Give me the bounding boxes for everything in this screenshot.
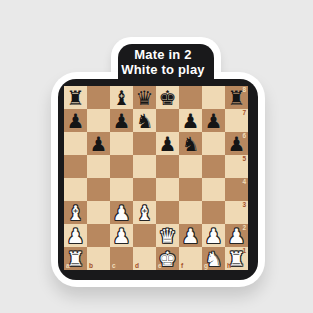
square-b5 [87,155,110,178]
square-f5 [179,155,202,178]
square-g4 [202,178,225,201]
square-c2: ♟ [110,224,133,247]
square-g3 [202,201,225,224]
square-h3: 3 [225,201,248,224]
square-f1: f [179,247,202,270]
puzzle-caption: Mate in 2 White to play [83,47,243,77]
square-h8: ♜8 [225,86,248,109]
black-bishop-c8: ♝ [110,86,133,109]
coord-file-h: h [227,263,231,270]
black-pawn-f7: ♟ [179,109,202,132]
square-d4 [133,178,156,201]
square-f8 [179,86,202,109]
black-king-e8: ♚ [156,86,179,109]
coord-rank-8: 8 [242,87,246,94]
coord-file-a: a [66,263,70,270]
square-d3: ♝ [133,201,156,224]
black-knight-f6: ♞ [179,132,202,155]
square-e8: ♚ [156,86,179,109]
black-pawn-e6: ♟ [156,132,179,155]
white-pawn-c3: ♟ [110,201,133,224]
square-f7: ♟ [179,109,202,132]
square-g8 [202,86,225,109]
coord-rank-3: 3 [242,202,246,209]
coord-file-e: e [158,263,162,270]
square-f3 [179,201,202,224]
square-h2: ♟2 [225,224,248,247]
square-f2: ♟ [179,224,202,247]
square-d1: d [133,247,156,270]
square-e7 [156,109,179,132]
square-a8: ♜ [64,86,87,109]
square-b4 [87,178,110,201]
square-a4 [64,178,87,201]
coord-file-b: b [89,263,93,270]
white-pawn-g2: ♟ [202,224,225,247]
square-e4 [156,178,179,201]
square-b2 [87,224,110,247]
square-h6: ♟6 [225,132,248,155]
product-background: Mate in 2 White to play ♜♝♛♚♜8♟♟♞♟♟7♟♟♞♟… [0,0,313,313]
square-h5: 5 [225,155,248,178]
square-g7: ♟ [202,109,225,132]
white-queen-e2: ♛ [156,224,179,247]
square-e5 [156,155,179,178]
coord-file-g: g [204,263,208,270]
coord-file-c: c [112,263,116,270]
black-pawn-a7: ♟ [64,109,87,132]
square-e3 [156,201,179,224]
square-b7 [87,109,110,132]
coord-rank-4: 4 [242,179,246,186]
chess-board: ♜♝♛♚♜8♟♟♞♟♟7♟♟♞♟654♝♟♝3♟♟♛♟♟♟2♜abcd♚ef♞g… [64,86,248,270]
square-g2: ♟ [202,224,225,247]
square-b3 [87,201,110,224]
puzzle-caption-line2: White to play [83,62,243,77]
square-c8: ♝ [110,86,133,109]
coord-rank-2: 2 [242,225,246,232]
square-d5 [133,155,156,178]
square-d8: ♛ [133,86,156,109]
square-e6: ♟ [156,132,179,155]
coord-rank-7: 7 [242,110,246,117]
square-c4 [110,178,133,201]
square-c3: ♟ [110,201,133,224]
square-g6 [202,132,225,155]
square-f4 [179,178,202,201]
square-g1: ♞g [202,247,225,270]
coord-file-d: d [135,263,139,270]
puzzle-caption-line1: Mate in 2 [83,47,243,62]
square-a7: ♟ [64,109,87,132]
square-d7: ♞ [133,109,156,132]
square-h7: 7 [225,109,248,132]
black-pawn-b6: ♟ [87,132,110,155]
white-bishop-a3: ♝ [64,201,87,224]
coord-file-f: f [181,263,183,270]
black-pawn-c7: ♟ [110,109,133,132]
white-pawn-a2: ♟ [64,224,87,247]
white-bishop-d3: ♝ [133,201,156,224]
black-rook-a8: ♜ [64,86,87,109]
square-a3: ♝ [64,201,87,224]
black-queen-d8: ♛ [133,86,156,109]
black-pawn-g7: ♟ [202,109,225,132]
square-b6: ♟ [87,132,110,155]
square-d6 [133,132,156,155]
square-c1: c [110,247,133,270]
square-f6: ♞ [179,132,202,155]
square-h4: 4 [225,178,248,201]
square-a1: ♜a [64,247,87,270]
square-b1: b [87,247,110,270]
white-pawn-f2: ♟ [179,224,202,247]
coord-rank-6: 6 [242,133,246,140]
square-a6 [64,132,87,155]
square-d2 [133,224,156,247]
square-b8 [87,86,110,109]
square-c7: ♟ [110,109,133,132]
coord-rank-5: 5 [242,156,246,163]
square-g5 [202,155,225,178]
white-pawn-c2: ♟ [110,224,133,247]
square-a2: ♟ [64,224,87,247]
square-a5 [64,155,87,178]
square-e1: ♚e [156,247,179,270]
coord-rank-1: 1 [242,248,246,255]
square-e2: ♛ [156,224,179,247]
square-h1: ♜1h [225,247,248,270]
black-knight-d7: ♞ [133,109,156,132]
square-c6 [110,132,133,155]
square-c5 [110,155,133,178]
